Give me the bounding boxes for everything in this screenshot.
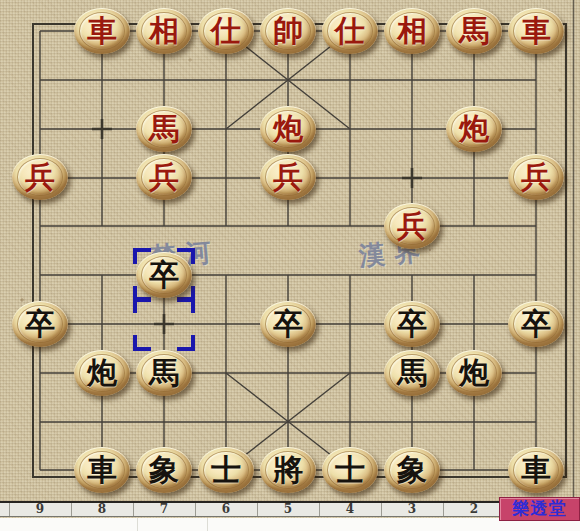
piece-glyph: 兵 xyxy=(12,154,68,200)
piece-glyph: 炮 xyxy=(74,350,130,396)
piece-red-chariot[interactable]: 車 xyxy=(508,8,564,54)
piece-black-pawn[interactable]: 卒 xyxy=(136,252,192,298)
piece-black-advisor[interactable]: 士 xyxy=(198,447,254,493)
piece-black-king[interactable]: 將 xyxy=(260,447,316,493)
ruler-divider xyxy=(71,503,72,516)
piece-glyph: 帥 xyxy=(260,8,316,54)
piece-glyph: 相 xyxy=(384,8,440,54)
piece-glyph: 炮 xyxy=(446,106,502,152)
xiangqi-game-window: 楚河 漢界 車相仕帥仕相馬車馬炮炮兵兵兵兵兵卒卒卒卒卒炮馬馬炮車象士將士象車 9… xyxy=(0,0,580,531)
piece-black-advisor[interactable]: 士 xyxy=(322,447,378,493)
piece-glyph: 仕 xyxy=(198,8,254,54)
piece-glyph: 卒 xyxy=(136,252,192,298)
piece-black-cannon[interactable]: 炮 xyxy=(74,350,130,396)
piece-glyph: 士 xyxy=(322,447,378,493)
piece-black-cannon[interactable]: 炮 xyxy=(446,350,502,396)
ruler-label: 7 xyxy=(152,503,176,516)
file-ruler: 987654321 xyxy=(0,501,580,517)
piece-black-pawn[interactable]: 卒 xyxy=(384,301,440,347)
ruler-label: 5 xyxy=(276,503,300,516)
piece-glyph: 車 xyxy=(74,8,130,54)
piece-glyph: 馬 xyxy=(446,8,502,54)
piece-red-elephant[interactable]: 相 xyxy=(136,8,192,54)
piece-glyph: 車 xyxy=(508,447,564,493)
piece-red-pawn[interactable]: 兵 xyxy=(12,154,68,200)
piece-red-king[interactable]: 帥 xyxy=(260,8,316,54)
piece-black-elephant[interactable]: 象 xyxy=(136,447,192,493)
ruler-divider xyxy=(257,503,258,516)
ruler-divider xyxy=(133,503,134,516)
piece-glyph: 卒 xyxy=(508,301,564,347)
piece-red-horse[interactable]: 馬 xyxy=(136,106,192,152)
piece-black-pawn[interactable]: 卒 xyxy=(508,301,564,347)
piece-red-pawn[interactable]: 兵 xyxy=(136,154,192,200)
piece-black-chariot[interactable]: 車 xyxy=(508,447,564,493)
piece-red-advisor[interactable]: 仕 xyxy=(322,8,378,54)
ruler-divider xyxy=(319,503,320,516)
ruler-divider xyxy=(195,503,196,516)
piece-red-pawn[interactable]: 兵 xyxy=(384,203,440,249)
piece-glyph: 馬 xyxy=(136,350,192,396)
piece-red-horse[interactable]: 馬 xyxy=(446,8,502,54)
piece-glyph: 兵 xyxy=(384,203,440,249)
piece-black-horse[interactable]: 馬 xyxy=(136,350,192,396)
piece-glyph: 卒 xyxy=(384,301,440,347)
piece-glyph: 兵 xyxy=(260,154,316,200)
piece-red-pawn[interactable]: 兵 xyxy=(260,154,316,200)
brand-badge: 樂透堂 xyxy=(499,497,580,521)
ruler-label: 4 xyxy=(338,503,362,516)
piece-glyph: 兵 xyxy=(508,154,564,200)
ruler-label: 9 xyxy=(28,503,52,516)
piece-glyph: 象 xyxy=(384,447,440,493)
piece-glyph: 象 xyxy=(136,447,192,493)
ruler-substrip xyxy=(0,518,580,531)
board[interactable]: 車相仕帥仕相馬車馬炮炮兵兵兵兵兵卒卒卒卒卒炮馬馬炮車象士將士象車 xyxy=(9,7,567,495)
piece-glyph: 相 xyxy=(136,8,192,54)
piece-glyph: 車 xyxy=(508,8,564,54)
piece-black-chariot[interactable]: 車 xyxy=(74,447,130,493)
piece-glyph: 兵 xyxy=(136,154,192,200)
piece-red-advisor[interactable]: 仕 xyxy=(198,8,254,54)
piece-red-elephant[interactable]: 相 xyxy=(384,8,440,54)
ruler-divider xyxy=(381,503,382,516)
piece-glyph: 炮 xyxy=(446,350,502,396)
piece-black-pawn[interactable]: 卒 xyxy=(12,301,68,347)
piece-red-chariot[interactable]: 車 xyxy=(74,8,130,54)
piece-glyph: 將 xyxy=(260,447,316,493)
ruler-divider xyxy=(443,503,444,516)
piece-red-cannon[interactable]: 炮 xyxy=(260,106,316,152)
piece-glyph: 仕 xyxy=(322,8,378,54)
ruler-label: 8 xyxy=(90,503,114,516)
piece-glyph: 卒 xyxy=(260,301,316,347)
piece-glyph: 卒 xyxy=(12,301,68,347)
piece-glyph: 馬 xyxy=(136,106,192,152)
piece-red-pawn[interactable]: 兵 xyxy=(508,154,564,200)
piece-glyph: 馬 xyxy=(384,350,440,396)
ruler-divider xyxy=(9,503,10,516)
ruler-label: 2 xyxy=(462,503,486,516)
piece-black-pawn[interactable]: 卒 xyxy=(260,301,316,347)
piece-glyph: 士 xyxy=(198,447,254,493)
piece-black-elephant[interactable]: 象 xyxy=(384,447,440,493)
piece-black-horse[interactable]: 馬 xyxy=(384,350,440,396)
piece-glyph: 車 xyxy=(74,447,130,493)
ruler-label: 3 xyxy=(400,503,424,516)
piece-red-cannon[interactable]: 炮 xyxy=(446,106,502,152)
piece-glyph: 炮 xyxy=(260,106,316,152)
ruler-label: 6 xyxy=(214,503,238,516)
